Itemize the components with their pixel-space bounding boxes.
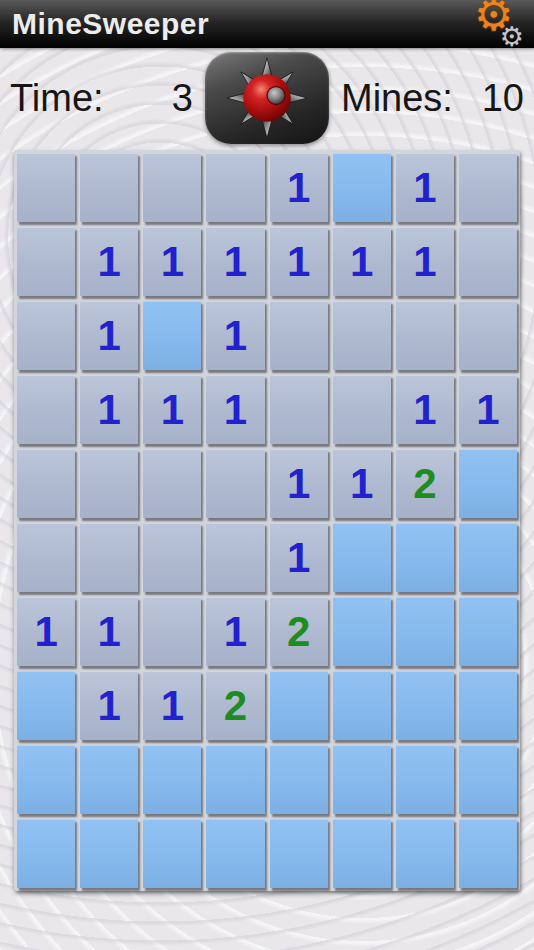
cell[interactable] xyxy=(17,671,75,740)
settings-button[interactable]: ⚙ ⚙ xyxy=(472,1,526,47)
cell[interactable]: 1 xyxy=(206,227,264,296)
cell[interactable] xyxy=(459,153,517,222)
cell[interactable] xyxy=(396,671,454,740)
cell[interactable]: 1 xyxy=(17,597,75,666)
cell[interactable] xyxy=(143,745,201,814)
cell[interactable] xyxy=(459,597,517,666)
cell[interactable]: 1 xyxy=(206,301,264,370)
cell[interactable]: 1 xyxy=(80,301,138,370)
cell[interactable]: 1 xyxy=(80,597,138,666)
cell[interactable]: 1 xyxy=(270,153,328,222)
cell[interactable] xyxy=(459,449,517,518)
cell[interactable] xyxy=(396,523,454,592)
cell[interactable] xyxy=(396,745,454,814)
cell[interactable] xyxy=(206,523,264,592)
cell[interactable]: 1 xyxy=(206,375,264,444)
mines-label: Mines: xyxy=(341,77,453,120)
cell[interactable]: 2 xyxy=(206,671,264,740)
cell[interactable] xyxy=(459,745,517,814)
cell[interactable]: 1 xyxy=(270,523,328,592)
cell[interactable] xyxy=(17,819,75,888)
cell[interactable] xyxy=(80,153,138,222)
cell[interactable]: 1 xyxy=(270,227,328,296)
cell[interactable] xyxy=(396,597,454,666)
cell[interactable] xyxy=(143,597,201,666)
cell[interactable]: 2 xyxy=(270,597,328,666)
title-bar: MineSweeper ⚙ ⚙ xyxy=(0,0,534,48)
cell[interactable] xyxy=(80,745,138,814)
cell[interactable]: 1 xyxy=(270,449,328,518)
cell[interactable]: 1 xyxy=(143,227,201,296)
cell[interactable]: 1 xyxy=(333,449,391,518)
cell[interactable] xyxy=(396,301,454,370)
cell[interactable] xyxy=(333,597,391,666)
cell[interactable]: 1 xyxy=(396,153,454,222)
cell[interactable] xyxy=(143,819,201,888)
cell[interactable] xyxy=(270,375,328,444)
cell[interactable]: 1 xyxy=(206,597,264,666)
gear-small-icon: ⚙ xyxy=(500,24,524,51)
cell[interactable] xyxy=(333,375,391,444)
cell[interactable] xyxy=(333,153,391,222)
cell[interactable] xyxy=(333,523,391,592)
cell[interactable] xyxy=(143,301,201,370)
cell[interactable] xyxy=(459,227,517,296)
mines-value: 10 xyxy=(482,77,524,120)
cell[interactable] xyxy=(333,819,391,888)
cell[interactable] xyxy=(459,671,517,740)
cell[interactable] xyxy=(270,819,328,888)
cell[interactable] xyxy=(333,671,391,740)
cell[interactable]: 1 xyxy=(396,375,454,444)
cell[interactable] xyxy=(17,523,75,592)
cell[interactable] xyxy=(206,819,264,888)
cell[interactable]: 1 xyxy=(80,671,138,740)
cell[interactable] xyxy=(17,301,75,370)
cell[interactable] xyxy=(333,301,391,370)
cell[interactable] xyxy=(80,523,138,592)
cell[interactable] xyxy=(143,153,201,222)
cell[interactable] xyxy=(17,745,75,814)
cell[interactable] xyxy=(459,301,517,370)
cell[interactable]: 2 xyxy=(396,449,454,518)
cell[interactable]: 1 xyxy=(143,375,201,444)
app-title: MineSweeper xyxy=(8,7,209,41)
cell[interactable] xyxy=(396,819,454,888)
cell[interactable] xyxy=(80,819,138,888)
cell[interactable] xyxy=(17,449,75,518)
minesweeper-board: 11111111111111111211112112 xyxy=(14,150,520,891)
status-header: Time: 3 xyxy=(0,48,534,148)
mine-icon xyxy=(226,57,308,139)
cell[interactable] xyxy=(459,523,517,592)
cell[interactable] xyxy=(270,301,328,370)
cell[interactable]: 1 xyxy=(333,227,391,296)
cell[interactable] xyxy=(143,523,201,592)
cell[interactable] xyxy=(333,745,391,814)
time-value: 3 xyxy=(172,77,193,120)
cell[interactable] xyxy=(17,227,75,296)
cell[interactable]: 1 xyxy=(80,227,138,296)
time-label: Time: xyxy=(10,77,104,120)
cell[interactable] xyxy=(206,449,264,518)
cell[interactable] xyxy=(270,671,328,740)
cell[interactable] xyxy=(459,819,517,888)
cell[interactable] xyxy=(270,745,328,814)
cell[interactable] xyxy=(143,449,201,518)
cell[interactable]: 1 xyxy=(459,375,517,444)
reset-button[interactable] xyxy=(205,52,329,144)
cell[interactable] xyxy=(206,745,264,814)
cell[interactable]: 1 xyxy=(80,375,138,444)
cell[interactable] xyxy=(17,153,75,222)
cell[interactable] xyxy=(206,153,264,222)
time-section: Time: 3 xyxy=(10,77,205,120)
cell[interactable] xyxy=(80,449,138,518)
cell[interactable]: 1 xyxy=(143,671,201,740)
mines-section: Mines: 10 xyxy=(329,77,524,120)
cell[interactable] xyxy=(17,375,75,444)
cell[interactable]: 1 xyxy=(396,227,454,296)
